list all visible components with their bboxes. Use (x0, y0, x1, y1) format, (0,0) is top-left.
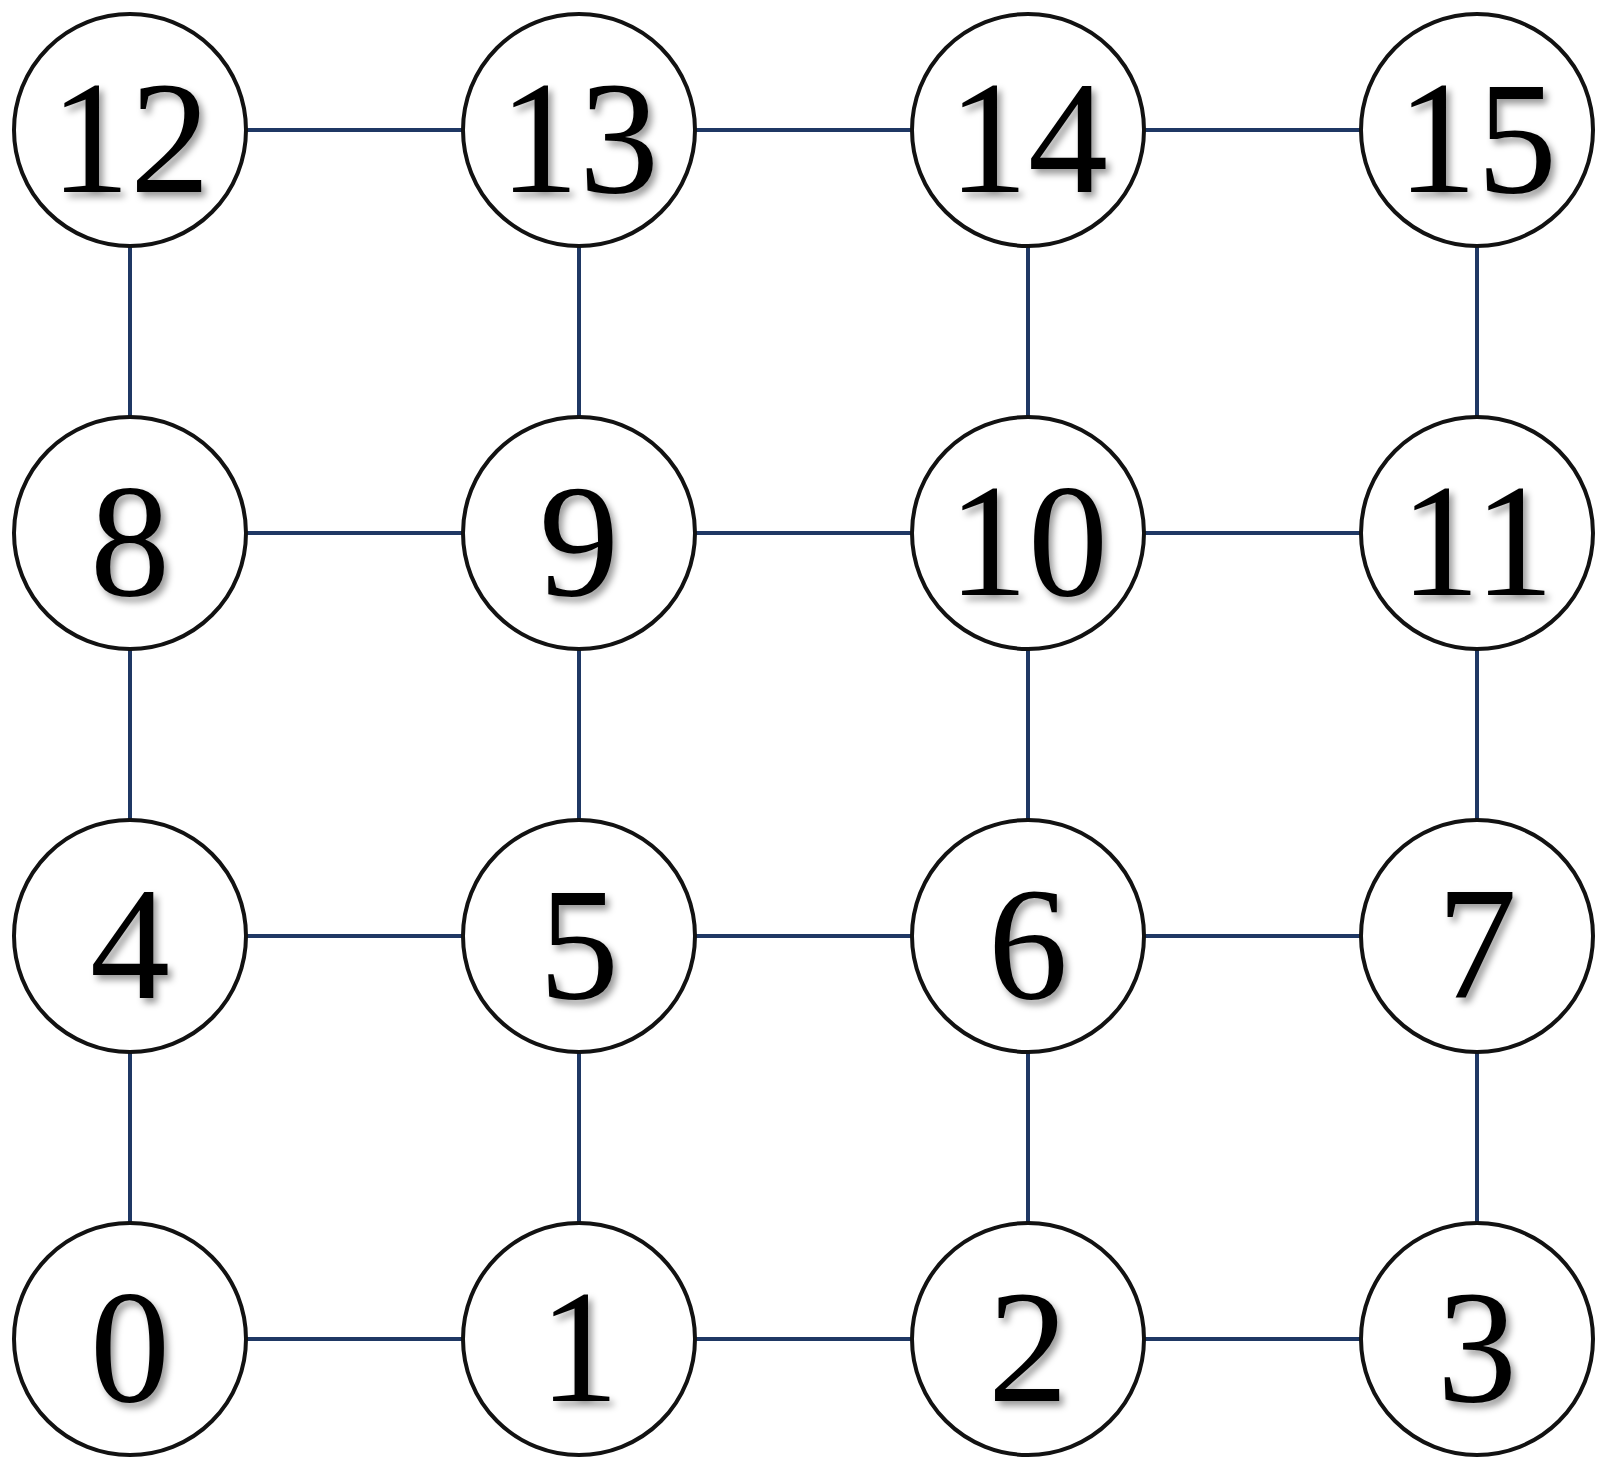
node-5-label: 5 (539, 864, 619, 1024)
node-7-label: 7 (1437, 864, 1517, 1024)
node-4: 4 (12, 818, 248, 1054)
node-3-label: 3 (1437, 1267, 1517, 1427)
node-11-label: 11 (1400, 461, 1554, 621)
node-2-label: 2 (988, 1267, 1068, 1427)
node-15-label: 15 (1397, 58, 1557, 218)
node-13-label: 13 (499, 58, 659, 218)
node-6: 6 (910, 818, 1146, 1054)
node-12-label: 12 (50, 58, 210, 218)
node-7: 7 (1359, 818, 1595, 1054)
node-5: 5 (461, 818, 697, 1054)
node-2: 2 (910, 1221, 1146, 1457)
node-6-label: 6 (988, 864, 1068, 1024)
node-15: 15 (1359, 12, 1595, 248)
node-1-label: 1 (539, 1267, 619, 1427)
node-0: 0 (12, 1221, 248, 1457)
node-10: 10 (910, 415, 1146, 651)
node-8-label: 8 (90, 461, 170, 621)
grid-graph-canvas: 0123456789101112131415 (0, 0, 1607, 1470)
node-14-label: 14 (948, 58, 1108, 218)
node-9-label: 9 (539, 461, 619, 621)
node-10-label: 10 (948, 461, 1108, 621)
node-11: 11 (1359, 415, 1595, 651)
node-0-label: 0 (90, 1267, 170, 1427)
node-3: 3 (1359, 1221, 1595, 1457)
node-4-label: 4 (90, 864, 170, 1024)
node-14: 14 (910, 12, 1146, 248)
node-12: 12 (12, 12, 248, 248)
node-8: 8 (12, 415, 248, 651)
node-13: 13 (461, 12, 697, 248)
node-9: 9 (461, 415, 697, 651)
node-1: 1 (461, 1221, 697, 1457)
